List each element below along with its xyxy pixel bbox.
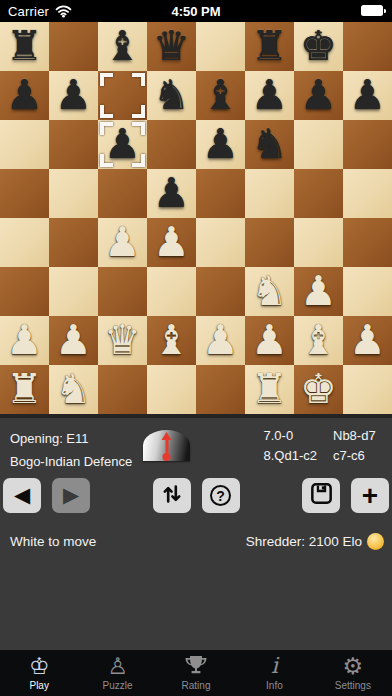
swap-arrows-icon [160,482,184,510]
square-a7[interactable]: ♟ [0,71,49,120]
black-king-g8[interactable]: ♚ [300,22,337,71]
battery-icon [361,5,386,16]
tab-puzzle[interactable]: ♙ Puzzle [78,650,156,696]
square-g3[interactable]: ♟ [294,267,343,316]
tab-puzzle-label: Puzzle [103,680,133,692]
square-g8[interactable]: ♚ [294,22,343,71]
tab-bar: ♔ Play ♙ Puzzle Rating i Info ⚙ Settings [0,650,392,696]
square-a1[interactable]: ♜ [0,365,49,414]
tab-settings-label: Settings [335,680,371,692]
back-icon: ◀ [14,478,30,513]
black-pawn-g7[interactable]: ♟ [300,71,337,120]
black-pawn-h7[interactable]: ♟ [349,71,386,120]
white-king-g1[interactable]: ♚ [300,365,337,414]
tab-rating-label: Rating [182,680,211,692]
square-a5[interactable] [0,169,49,218]
toolbar: ◀ ▶ ? [0,478,392,513]
pawn-icon: ♙ [107,652,128,680]
app-window: Carrier 4:50 PM ♜♝♛♜♚♟♟♞♝♟♟♟♟♟♞♟♟♟♞♟♟♟♛♝… [0,0,392,696]
square-e2[interactable]: ♟ [196,316,245,365]
white-pawn-a2[interactable]: ♟ [6,316,43,365]
square-c1[interactable] [98,365,147,414]
square-b2[interactable]: ♟ [49,316,98,365]
square-g2[interactable]: ♝ [294,316,343,365]
move-white-8: 8.Qd1-c2 [264,448,317,463]
black-bishop-e7[interactable]: ♝ [202,71,239,120]
sun-strength-icon [367,533,384,550]
square-a8[interactable]: ♜ [0,22,49,71]
square-c2[interactable]: ♛ [98,316,147,365]
white-bishop-d2[interactable]: ♝ [153,316,190,365]
square-b1[interactable]: ♞ [49,365,98,414]
turn-indicator: White to move [10,534,96,549]
square-b5[interactable] [49,169,98,218]
square-d5[interactable]: ♟ [147,169,196,218]
square-h2[interactable]: ♟ [343,316,392,365]
black-pawn-f7[interactable]: ♟ [251,71,288,120]
clock-time: 4:50 PM [0,4,392,19]
black-knight-f6[interactable]: ♞ [251,120,288,169]
question-mark-icon: ? [210,485,231,506]
square-d4[interactable]: ♟ [147,218,196,267]
square-h1[interactable] [343,365,392,414]
square-b3[interactable] [49,267,98,316]
square-c4[interactable]: ♟ [98,218,147,267]
square-d2[interactable]: ♝ [147,316,196,365]
tab-rating[interactable]: Rating [157,650,235,696]
square-a6[interactable] [0,120,49,169]
white-rook-a1[interactable]: ♜ [6,365,43,414]
white-queen-c2[interactable]: ♛ [104,316,141,365]
white-pawn-f2[interactable]: ♟ [251,316,288,365]
info-icon: i [271,652,278,680]
save-game-button[interactable] [302,478,340,513]
square-g1[interactable]: ♚ [294,365,343,414]
evaluation-meter [143,430,190,461]
square-c6[interactable]: ♟ [98,120,147,169]
black-pawn-d5[interactable]: ♟ [153,169,190,218]
square-g6[interactable] [294,120,343,169]
square-b6[interactable] [49,120,98,169]
black-queen-d8[interactable]: ♛ [153,22,190,71]
square-e3[interactable] [196,267,245,316]
move-black-8: c7-c6 [333,448,385,463]
black-bishop-c8[interactable]: ♝ [104,22,141,71]
white-pawn-e2[interactable]: ♟ [202,316,239,365]
square-d3[interactable] [147,267,196,316]
floppy-disk-icon [309,481,334,510]
white-pawn-d4[interactable]: ♟ [153,218,190,267]
white-bishop-g2[interactable]: ♝ [300,316,337,365]
black-pawn-b7[interactable]: ♟ [55,71,92,120]
move-list: 7.0-0 Nb8-d7 8.Qd1-c2 c7-c6 [264,428,385,463]
square-d6[interactable] [147,120,196,169]
square-c3[interactable] [98,267,147,316]
white-knight-b1[interactable]: ♞ [55,365,92,414]
king-crown-icon: ♔ [29,652,50,680]
square-g4[interactable] [294,218,343,267]
square-e5[interactable] [196,169,245,218]
black-rook-f8[interactable]: ♜ [251,22,288,71]
square-h3[interactable] [343,267,392,316]
tab-info-label: Info [266,680,283,692]
opening-code: Opening: E11 [10,427,132,450]
tab-info[interactable]: i Info [235,650,313,696]
forward-button[interactable]: ▶ [52,478,90,513]
black-pawn-c6[interactable]: ♟ [104,120,141,169]
square-f5[interactable] [245,169,294,218]
square-b8[interactable] [49,22,98,71]
square-f6[interactable]: ♞ [245,120,294,169]
square-g7[interactable]: ♟ [294,71,343,120]
square-c5[interactable] [98,169,147,218]
square-b7[interactable]: ♟ [49,71,98,120]
chess-board[interactable]: ♜♝♛♜♚♟♟♞♝♟♟♟♟♟♞♟♟♟♞♟♟♟♛♝♟♟♝♟♜♞♜♚ [0,22,392,414]
square-f4[interactable] [245,218,294,267]
square-f2[interactable]: ♟ [245,316,294,365]
black-knight-d7[interactable]: ♞ [153,71,190,120]
engine-label: Shredder: 2100 Elo [246,534,362,549]
square-f8[interactable]: ♜ [245,22,294,71]
white-pawn-h2[interactable]: ♟ [349,316,386,365]
white-pawn-g3[interactable]: ♟ [300,267,337,316]
white-pawn-c4[interactable]: ♟ [104,218,141,267]
status-row: White to move Shredder: 2100 Elo [10,533,384,550]
square-b4[interactable] [49,218,98,267]
engine-strength: Shredder: 2100 Elo [246,533,384,550]
square-e1[interactable] [196,365,245,414]
move-black-7: Nb8-d7 [333,428,385,443]
square-h6[interactable] [343,120,392,169]
square-f7[interactable]: ♟ [245,71,294,120]
square-a4[interactable] [0,218,49,267]
opening-info: Opening: E11 Bogo-Indian Defence [10,427,132,473]
tab-play[interactable]: ♔ Play [0,650,78,696]
square-e8[interactable] [196,22,245,71]
square-d7[interactable]: ♞ [147,71,196,120]
square-a2[interactable]: ♟ [0,316,49,365]
trophy-icon [184,652,208,680]
square-h4[interactable] [343,218,392,267]
square-f1[interactable]: ♜ [245,365,294,414]
square-h8[interactable] [343,22,392,71]
square-d1[interactable] [147,365,196,414]
tab-settings[interactable]: ⚙ Settings [314,650,392,696]
square-h7[interactable]: ♟ [343,71,392,120]
white-rook-f1[interactable]: ♜ [251,365,288,414]
game-info-panel: Opening: E11 Bogo-Indian Defence 7.0-0 N… [0,418,392,650]
back-button[interactable]: ◀ [3,478,41,513]
square-f3[interactable]: ♞ [245,267,294,316]
move-white-7: 7.0-0 [264,428,317,443]
evaluation-needle [165,439,168,458]
tab-play-label: Play [29,680,48,692]
square-e6[interactable]: ♟ [196,120,245,169]
hint-button[interactable]: ? [202,478,240,513]
plus-icon: + [362,480,378,512]
forward-icon: ▶ [63,478,79,513]
square-d8[interactable]: ♛ [147,22,196,71]
black-rook-a8[interactable]: ♜ [6,22,43,71]
square-a3[interactable] [0,267,49,316]
square-h5[interactable] [343,169,392,218]
square-e4[interactable] [196,218,245,267]
square-c8[interactable]: ♝ [98,22,147,71]
new-game-button[interactable]: + [351,478,389,513]
black-pawn-a7[interactable]: ♟ [6,71,43,120]
status-bar: Carrier 4:50 PM [0,0,392,22]
last-move-highlight-c7 [100,73,145,118]
square-g5[interactable] [294,169,343,218]
black-pawn-e6[interactable]: ♟ [202,120,239,169]
square-e7[interactable]: ♝ [196,71,245,120]
white-pawn-b2[interactable]: ♟ [55,316,92,365]
white-knight-f3[interactable]: ♞ [251,267,288,316]
square-c7[interactable] [98,71,147,120]
flip-sides-button[interactable] [153,478,191,513]
gear-icon: ⚙ [343,652,364,680]
opening-name: Bogo-Indian Defence [10,450,132,473]
